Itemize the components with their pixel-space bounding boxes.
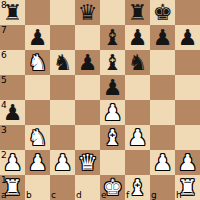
square-c5[interactable] [50, 75, 75, 100]
square-b1[interactable]: b [25, 175, 50, 200]
square-h6[interactable] [175, 50, 200, 75]
black-pawn-a4[interactable]: ♟ [0, 100, 25, 125]
black-pawn-f7[interactable]: ♟ [125, 25, 150, 50]
square-b4[interactable] [25, 100, 50, 125]
chess-board: 8♜♛♜♚7♟♝♟♟♟6♞♞♟♝♞5♟4♟♟3♞♝♟2♟♟♟♛♟♟1a♜bcde… [0, 0, 200, 200]
file-label-b: b [26, 190, 32, 200]
square-g8[interactable]: ♚ [150, 0, 175, 25]
square-a3[interactable]: 3 [0, 125, 25, 150]
square-d1[interactable]: d [75, 175, 100, 200]
square-a5[interactable]: 5 [0, 75, 25, 100]
square-b5[interactable] [25, 75, 50, 100]
square-b3[interactable]: ♞ [25, 125, 50, 150]
black-king-g8[interactable]: ♚ [150, 0, 175, 25]
black-knight-c6[interactable]: ♞ [50, 50, 75, 75]
black-pawn-g7[interactable]: ♟ [150, 25, 175, 50]
square-b2[interactable]: ♟ [25, 150, 50, 175]
square-h3[interactable] [175, 125, 200, 150]
white-pawn-h2[interactable]: ♟ [175, 150, 200, 175]
square-c2[interactable]: ♟ [50, 150, 75, 175]
square-a6[interactable]: 6 [0, 50, 25, 75]
square-e6[interactable]: ♝ [100, 50, 125, 75]
file-label-d: d [76, 190, 82, 200]
square-h4[interactable] [175, 100, 200, 125]
square-g3[interactable] [150, 125, 175, 150]
black-knight-f6[interactable]: ♞ [125, 50, 150, 75]
square-c7[interactable] [50, 25, 75, 50]
square-e2[interactable] [100, 150, 125, 175]
white-pawn-e4[interactable]: ♟ [100, 100, 125, 125]
square-f4[interactable] [125, 100, 150, 125]
square-e3[interactable]: ♝ [100, 125, 125, 150]
white-rook-h1[interactable]: ♜ [175, 175, 200, 200]
square-a4[interactable]: 4♟ [0, 100, 25, 125]
square-b7[interactable]: ♟ [25, 25, 50, 50]
square-g2[interactable]: ♟ [150, 150, 175, 175]
black-rook-f8[interactable]: ♜ [125, 0, 150, 25]
black-pawn-d6[interactable]: ♟ [75, 50, 100, 75]
black-queen-d8[interactable]: ♛ [75, 0, 100, 25]
black-bishop-e7[interactable]: ♝ [100, 25, 125, 50]
square-c4[interactable] [50, 100, 75, 125]
square-h1[interactable]: h♜ [175, 175, 200, 200]
square-d8[interactable]: ♛ [75, 0, 100, 25]
rank-label-5: 5 [1, 75, 7, 85]
square-f5[interactable] [125, 75, 150, 100]
white-bishop-e3[interactable]: ♝ [100, 125, 125, 150]
square-e8[interactable] [100, 0, 125, 25]
black-pawn-b7[interactable]: ♟ [25, 25, 50, 50]
square-b8[interactable] [25, 0, 50, 25]
square-c1[interactable]: c [50, 175, 75, 200]
file-label-g: g [151, 190, 157, 200]
square-f7[interactable]: ♟ [125, 25, 150, 50]
square-e1[interactable]: e♚ [100, 175, 125, 200]
rank-label-3: 3 [1, 125, 7, 135]
white-queen-d2[interactable]: ♛ [75, 150, 100, 175]
square-d3[interactable] [75, 125, 100, 150]
rank-label-6: 6 [1, 50, 7, 60]
square-h7[interactable]: ♟ [175, 25, 200, 50]
white-pawn-a2[interactable]: ♟ [0, 150, 25, 175]
square-e7[interactable]: ♝ [100, 25, 125, 50]
square-b6[interactable]: ♞ [25, 50, 50, 75]
square-g6[interactable] [150, 50, 175, 75]
white-bishop-f1[interactable]: ♝ [125, 175, 150, 200]
black-rook-a8[interactable]: ♜ [0, 0, 25, 25]
square-h5[interactable] [175, 75, 200, 100]
square-g7[interactable]: ♟ [150, 25, 175, 50]
square-f3[interactable]: ♟ [125, 125, 150, 150]
square-h8[interactable] [175, 0, 200, 25]
square-a2[interactable]: 2♟ [0, 150, 25, 175]
square-d5[interactable] [75, 75, 100, 100]
rank-label-7: 7 [1, 25, 7, 35]
black-pawn-e5[interactable]: ♟ [100, 75, 125, 100]
square-a7[interactable]: 7 [0, 25, 25, 50]
white-knight-b3[interactable]: ♞ [25, 125, 50, 150]
white-pawn-c2[interactable]: ♟ [50, 150, 75, 175]
square-g5[interactable] [150, 75, 175, 100]
square-a1[interactable]: 1a♜ [0, 175, 25, 200]
black-bishop-e6[interactable]: ♝ [100, 50, 125, 75]
white-pawn-b2[interactable]: ♟ [25, 150, 50, 175]
square-e5[interactable]: ♟ [100, 75, 125, 100]
square-c8[interactable] [50, 0, 75, 25]
square-d6[interactable]: ♟ [75, 50, 100, 75]
file-label-c: c [51, 190, 56, 200]
square-g1[interactable]: g [150, 175, 175, 200]
white-pawn-g2[interactable]: ♟ [150, 150, 175, 175]
square-d4[interactable] [75, 100, 100, 125]
square-f8[interactable]: ♜ [125, 0, 150, 25]
square-h2[interactable]: ♟ [175, 150, 200, 175]
black-pawn-h7[interactable]: ♟ [175, 25, 200, 50]
square-c3[interactable] [50, 125, 75, 150]
square-a8[interactable]: 8♜ [0, 0, 25, 25]
square-g4[interactable] [150, 100, 175, 125]
square-d2[interactable]: ♛ [75, 150, 100, 175]
white-pawn-f3[interactable]: ♟ [125, 125, 150, 150]
square-d7[interactable] [75, 25, 100, 50]
white-knight-b6[interactable]: ♞ [25, 50, 50, 75]
square-f2[interactable] [125, 150, 150, 175]
square-e4[interactable]: ♟ [100, 100, 125, 125]
square-f1[interactable]: f♝ [125, 175, 150, 200]
square-f6[interactable]: ♞ [125, 50, 150, 75]
white-rook-a1[interactable]: ♜ [0, 175, 25, 200]
square-c6[interactable]: ♞ [50, 50, 75, 75]
white-king-e1[interactable]: ♚ [100, 175, 125, 200]
